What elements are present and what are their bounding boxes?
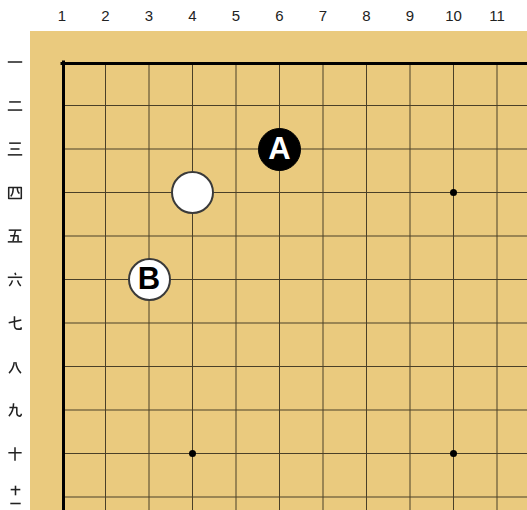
row-label-7	[0, 301, 30, 345]
stone-label: B	[138, 263, 160, 294]
row-label-2	[0, 84, 30, 128]
row-label-3	[0, 127, 30, 171]
column-label-8: 8	[351, 2, 383, 28]
row-label-4	[0, 171, 30, 215]
column-label-5: 5	[220, 2, 252, 28]
column-label-6: 6	[264, 2, 296, 28]
stone-white-B[interactable]: B	[128, 258, 171, 301]
row-label-11	[0, 475, 30, 510]
column-label-11: 11	[481, 2, 513, 28]
column-label-4: 4	[177, 2, 209, 28]
board-surface[interactable]	[30, 31, 527, 510]
stone-black-A[interactable]: A	[258, 128, 301, 171]
column-label-9: 9	[394, 2, 426, 28]
column-label-3: 3	[133, 2, 165, 28]
column-label-10: 10	[438, 2, 470, 28]
row-label-9	[0, 388, 30, 432]
star-point	[450, 450, 457, 457]
star-point	[189, 450, 196, 457]
column-label-7: 7	[307, 2, 339, 28]
stone-label: A	[268, 133, 290, 164]
column-label-1: 1	[46, 2, 78, 28]
row-label-8	[0, 345, 30, 389]
go-diagram: 1234567891011 AB	[0, 0, 527, 510]
go-board-grid[interactable]	[0, 0, 527, 510]
star-point	[450, 189, 457, 196]
row-label-1	[0, 40, 30, 84]
row-label-6	[0, 258, 30, 302]
stone-white[interactable]	[171, 171, 214, 214]
column-label-2: 2	[90, 2, 122, 28]
row-label-5	[0, 214, 30, 258]
row-label-10	[0, 432, 30, 476]
